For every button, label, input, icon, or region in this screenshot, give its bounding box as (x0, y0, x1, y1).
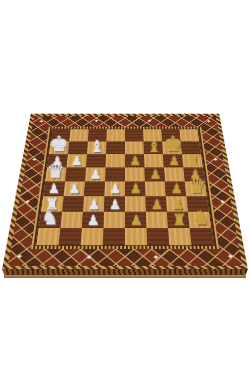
star-inlay-icon: ✦ (213, 158, 219, 163)
square-b1 (59, 228, 82, 245)
square-c4 (84, 182, 105, 197)
square-b4: ♟ (64, 182, 85, 197)
piece-gold-pawn: ♟ (129, 183, 141, 196)
star-inlay-icon: ✦ (153, 255, 160, 261)
piece-silver-pawn: ♟ (71, 155, 82, 168)
square-d4: ♟ (105, 182, 125, 197)
square-e3 (125, 196, 146, 211)
piece-gold-pawn: ♟ (168, 155, 179, 168)
square-a5: ♛ (45, 168, 66, 182)
playing-field-frame: ♚♝♝♚♟♟♟♟♜♛♟♟♟♟♟♟♟♟♛♜♟♟♟♟♞♟♟♜♞ (31, 127, 219, 249)
square-c6 (86, 154, 106, 167)
square-g5 (164, 168, 185, 182)
square-d2 (103, 212, 125, 228)
square-e1 (125, 228, 147, 245)
star-inlay-icon: ✦ (206, 120, 212, 124)
piece-silver-pawn: ♟ (87, 198, 99, 212)
star-inlay-icon: ✦ (38, 120, 44, 124)
square-b6: ♟ (67, 154, 87, 167)
piece-gold-pawn: ♟ (170, 183, 182, 196)
square-e2: ♟ (125, 212, 147, 228)
chess-board: ✦ ✦ ✦ ✦ ✦ ✦ ✦ ✦ ✦ ✦ ✦ ✦ ♚♝♝♚♟♟♟♟♜♛♟♟♟♟♟♟… (2, 114, 248, 270)
square-d5 (105, 168, 125, 182)
square-d8 (106, 129, 125, 141)
star-inlay-icon: ✦ (147, 119, 152, 123)
square-f1 (147, 228, 170, 245)
square-a1 (36, 228, 60, 245)
board-front-face (4, 275, 246, 278)
square-c2: ♟ (82, 212, 104, 228)
square-b2 (60, 212, 83, 228)
square-c5: ♟ (85, 168, 105, 182)
square-b5 (65, 168, 86, 182)
star-inlay-icon: ✦ (16, 254, 24, 260)
piece-silver-king: ♚ (49, 133, 68, 154)
board-grid: ♚♝♝♚♟♟♟♟♜♛♟♟♟♟♟♟♟♟♛♜♟♟♟♟♞♟♟♜♞ (35, 129, 214, 246)
star-inlay-icon: ✦ (24, 200, 31, 205)
square-f4 (145, 182, 166, 197)
piece-gold-rook: ♜ (172, 212, 186, 228)
square-h4: ♛ (185, 182, 207, 197)
square-g6: ♟ (163, 154, 183, 167)
star-inlay-icon: ✦ (85, 255, 92, 261)
square-e8 (125, 129, 144, 141)
square-h1 (190, 228, 214, 245)
square-e5 (125, 168, 145, 182)
piece-gold-bishop: ♝ (146, 138, 161, 155)
piece-silver-pawn: ♟ (89, 169, 101, 182)
piece-gold-queen: ♛ (187, 176, 205, 196)
square-f7: ♝ (144, 141, 163, 154)
square-g4: ♟ (165, 182, 186, 197)
piece-silver-pawn: ♟ (109, 183, 121, 196)
piece-silver-pawn: ♟ (68, 183, 80, 196)
square-d3: ♟ (104, 196, 125, 211)
piece-gold-rook: ♜ (187, 153, 200, 167)
square-f6 (144, 154, 164, 167)
star-inlay-icon: ✦ (94, 119, 99, 123)
square-d7 (106, 141, 125, 154)
square-c3: ♟ (83, 196, 105, 211)
square-f5: ♟ (144, 168, 164, 182)
chess-board-scene: ✦ ✦ ✦ ✦ ✦ ✦ ✦ ✦ ✦ ✦ ✦ ✦ ♚♝♝♚♟♟♟♟♜♛♟♟♟♟♟♟… (2, 24, 248, 270)
square-e4: ♟ (125, 182, 145, 197)
piece-gold-pawn: ♟ (129, 214, 142, 228)
square-g1 (168, 228, 191, 245)
square-f3: ♟ (145, 196, 167, 211)
piece-silver-bishop: ♝ (89, 138, 104, 155)
square-d6 (106, 154, 125, 167)
square-b8 (69, 129, 88, 141)
piece-gold-pawn: ♟ (149, 169, 161, 182)
square-e6: ♟ (125, 154, 144, 167)
piece-gold-knight: ♞ (192, 208, 210, 228)
piece-gold-king: ♚ (163, 133, 182, 154)
piece-gold-pawn: ♟ (150, 198, 162, 212)
piece-silver-knight: ♞ (41, 208, 59, 228)
star-inlay-icon: ✦ (219, 200, 226, 205)
square-b3 (62, 196, 84, 211)
piece-gold-pawn: ♟ (129, 155, 140, 168)
star-inlay-icon: ✦ (227, 254, 235, 260)
piece-silver-queen: ♛ (46, 162, 64, 182)
star-inlay-icon: ✦ (31, 158, 37, 163)
piece-silver-pawn: ♟ (86, 214, 99, 228)
square-a2: ♞ (39, 212, 62, 228)
square-f2 (146, 212, 168, 228)
square-d1 (103, 228, 125, 245)
square-h2: ♞ (188, 212, 211, 228)
piece-silver-pawn: ♟ (108, 198, 120, 212)
product-photo: ✦ ✦ ✦ ✦ ✦ ✦ ✦ ✦ ✦ ✦ ✦ ✦ ♚♝♝♚♟♟♟♟♜♛♟♟♟♟♟♟… (0, 0, 250, 375)
square-g2: ♜ (167, 212, 190, 228)
square-c7: ♝ (87, 141, 106, 154)
square-h6: ♜ (182, 154, 203, 167)
square-c1 (81, 228, 104, 245)
